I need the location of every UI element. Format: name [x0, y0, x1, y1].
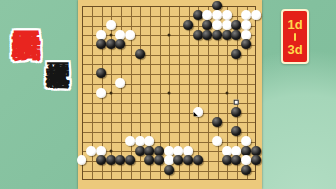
- go-stone-black: [96, 68, 106, 78]
- go-stone-black: [251, 146, 261, 156]
- star-point: [167, 91, 170, 94]
- go-stone-white: [222, 146, 232, 156]
- go-stone-white: [241, 10, 251, 20]
- go-stone-black: [212, 1, 222, 11]
- go-stone-white: [241, 20, 251, 30]
- go-stone-black: [193, 10, 203, 20]
- go-stone-black: [241, 165, 251, 175]
- go-stone-white: [241, 30, 251, 40]
- go-stone-white: [77, 156, 87, 166]
- grid-line-horizontal: [83, 142, 255, 143]
- go-stone-black: [212, 30, 222, 40]
- go-stone-black: [183, 20, 193, 30]
- go-stone-white: [241, 136, 251, 146]
- go-stone-black: [193, 30, 203, 40]
- go-stone-white: [164, 156, 174, 166]
- go-stone-white: [96, 30, 106, 40]
- rank-badge: 1d 3d: [281, 9, 309, 64]
- go-stone-black: [232, 156, 242, 166]
- go-stone-white: [86, 146, 96, 156]
- go-stone-white: [164, 146, 174, 156]
- go-stone-black: [232, 30, 242, 40]
- go-stone-black: [96, 39, 106, 49]
- star-point: [225, 91, 228, 94]
- grid-line-horizontal: [83, 103, 255, 104]
- go-stone-black: [251, 156, 261, 166]
- thumbnail-stage: 斩断实战恶手 探索棋之正道 1d 3d: [0, 0, 336, 189]
- go-stone-white: [96, 146, 106, 156]
- go-stone-black: [135, 49, 145, 59]
- go-stone-black: [154, 146, 164, 156]
- grid-line-horizontal: [83, 113, 255, 114]
- go-stone-black: [125, 156, 135, 166]
- go-stone-black: [144, 146, 154, 156]
- go-stone-white: [212, 136, 222, 146]
- go-stone-black: [183, 156, 193, 166]
- go-stone-white: [232, 146, 242, 156]
- go-stone-white: [174, 146, 184, 156]
- go-stone-black: [154, 156, 164, 166]
- star-point: [109, 149, 112, 152]
- star-point: [167, 33, 170, 36]
- go-stone-white: [251, 10, 261, 20]
- go-stone-white: [115, 78, 125, 88]
- go-stone-black: [232, 107, 242, 117]
- go-stone-white: [183, 146, 193, 156]
- go-stone-black: [203, 30, 213, 40]
- go-stone-white: [222, 10, 232, 20]
- go-stone-white: [125, 30, 135, 40]
- go-stone-black: [193, 156, 203, 166]
- go-stone-black: [135, 146, 145, 156]
- rank-badge-separator-bar: [294, 33, 297, 41]
- grid-line-horizontal: [83, 132, 255, 133]
- go-stone-black: [174, 156, 184, 166]
- go-stone-black: [241, 39, 251, 49]
- go-stone-black: [115, 39, 125, 49]
- go-stone-black: [164, 165, 174, 175]
- go-stone-black: [232, 20, 242, 30]
- go-stone-white: [203, 10, 213, 20]
- go-stone-white: [115, 30, 125, 40]
- go-stone-white: [125, 136, 135, 146]
- star-point: [109, 33, 112, 36]
- go-stone-black: [212, 117, 222, 127]
- rank-badge-top: 1d: [287, 18, 302, 31]
- go-stone-black: [241, 146, 251, 156]
- go-stone-black: [222, 156, 232, 166]
- go-stone-white: [212, 10, 222, 20]
- go-stone-white: [241, 156, 251, 166]
- go-stone-black: [106, 39, 116, 49]
- go-board[interactable]: [78, 0, 262, 189]
- go-stone-black: [222, 30, 232, 40]
- grid-line-horizontal: [83, 122, 255, 123]
- go-stone-black: [115, 156, 125, 166]
- go-stone-black: [232, 127, 242, 137]
- go-stone-white: [222, 20, 232, 30]
- go-stone-white: [96, 88, 106, 98]
- go-stone-white: [144, 136, 154, 146]
- rank-badge-bottom: 3d: [287, 43, 302, 56]
- go-stone-black: [203, 20, 213, 30]
- go-stone-black: [96, 156, 106, 166]
- go-stone-white: [135, 136, 145, 146]
- go-stone-black: [106, 156, 116, 166]
- go-stone-black: [232, 49, 242, 59]
- square-marker: [234, 100, 239, 105]
- go-stone-black: [144, 156, 154, 166]
- go-stone-white: [212, 20, 222, 30]
- star-point: [109, 91, 112, 94]
- go-stone-white: [106, 20, 116, 30]
